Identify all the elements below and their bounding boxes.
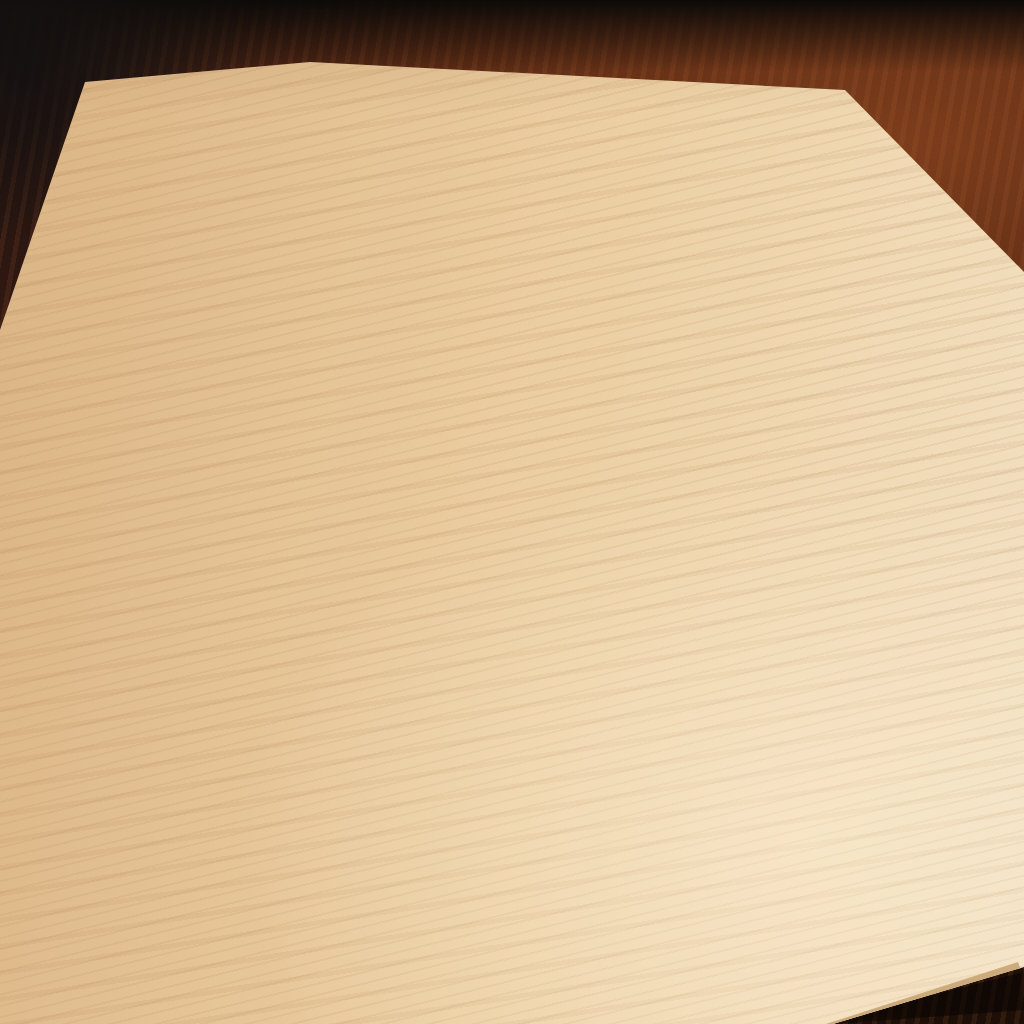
board-game-photo <box>0 0 1024 1024</box>
stones-layer <box>0 0 1024 1024</box>
